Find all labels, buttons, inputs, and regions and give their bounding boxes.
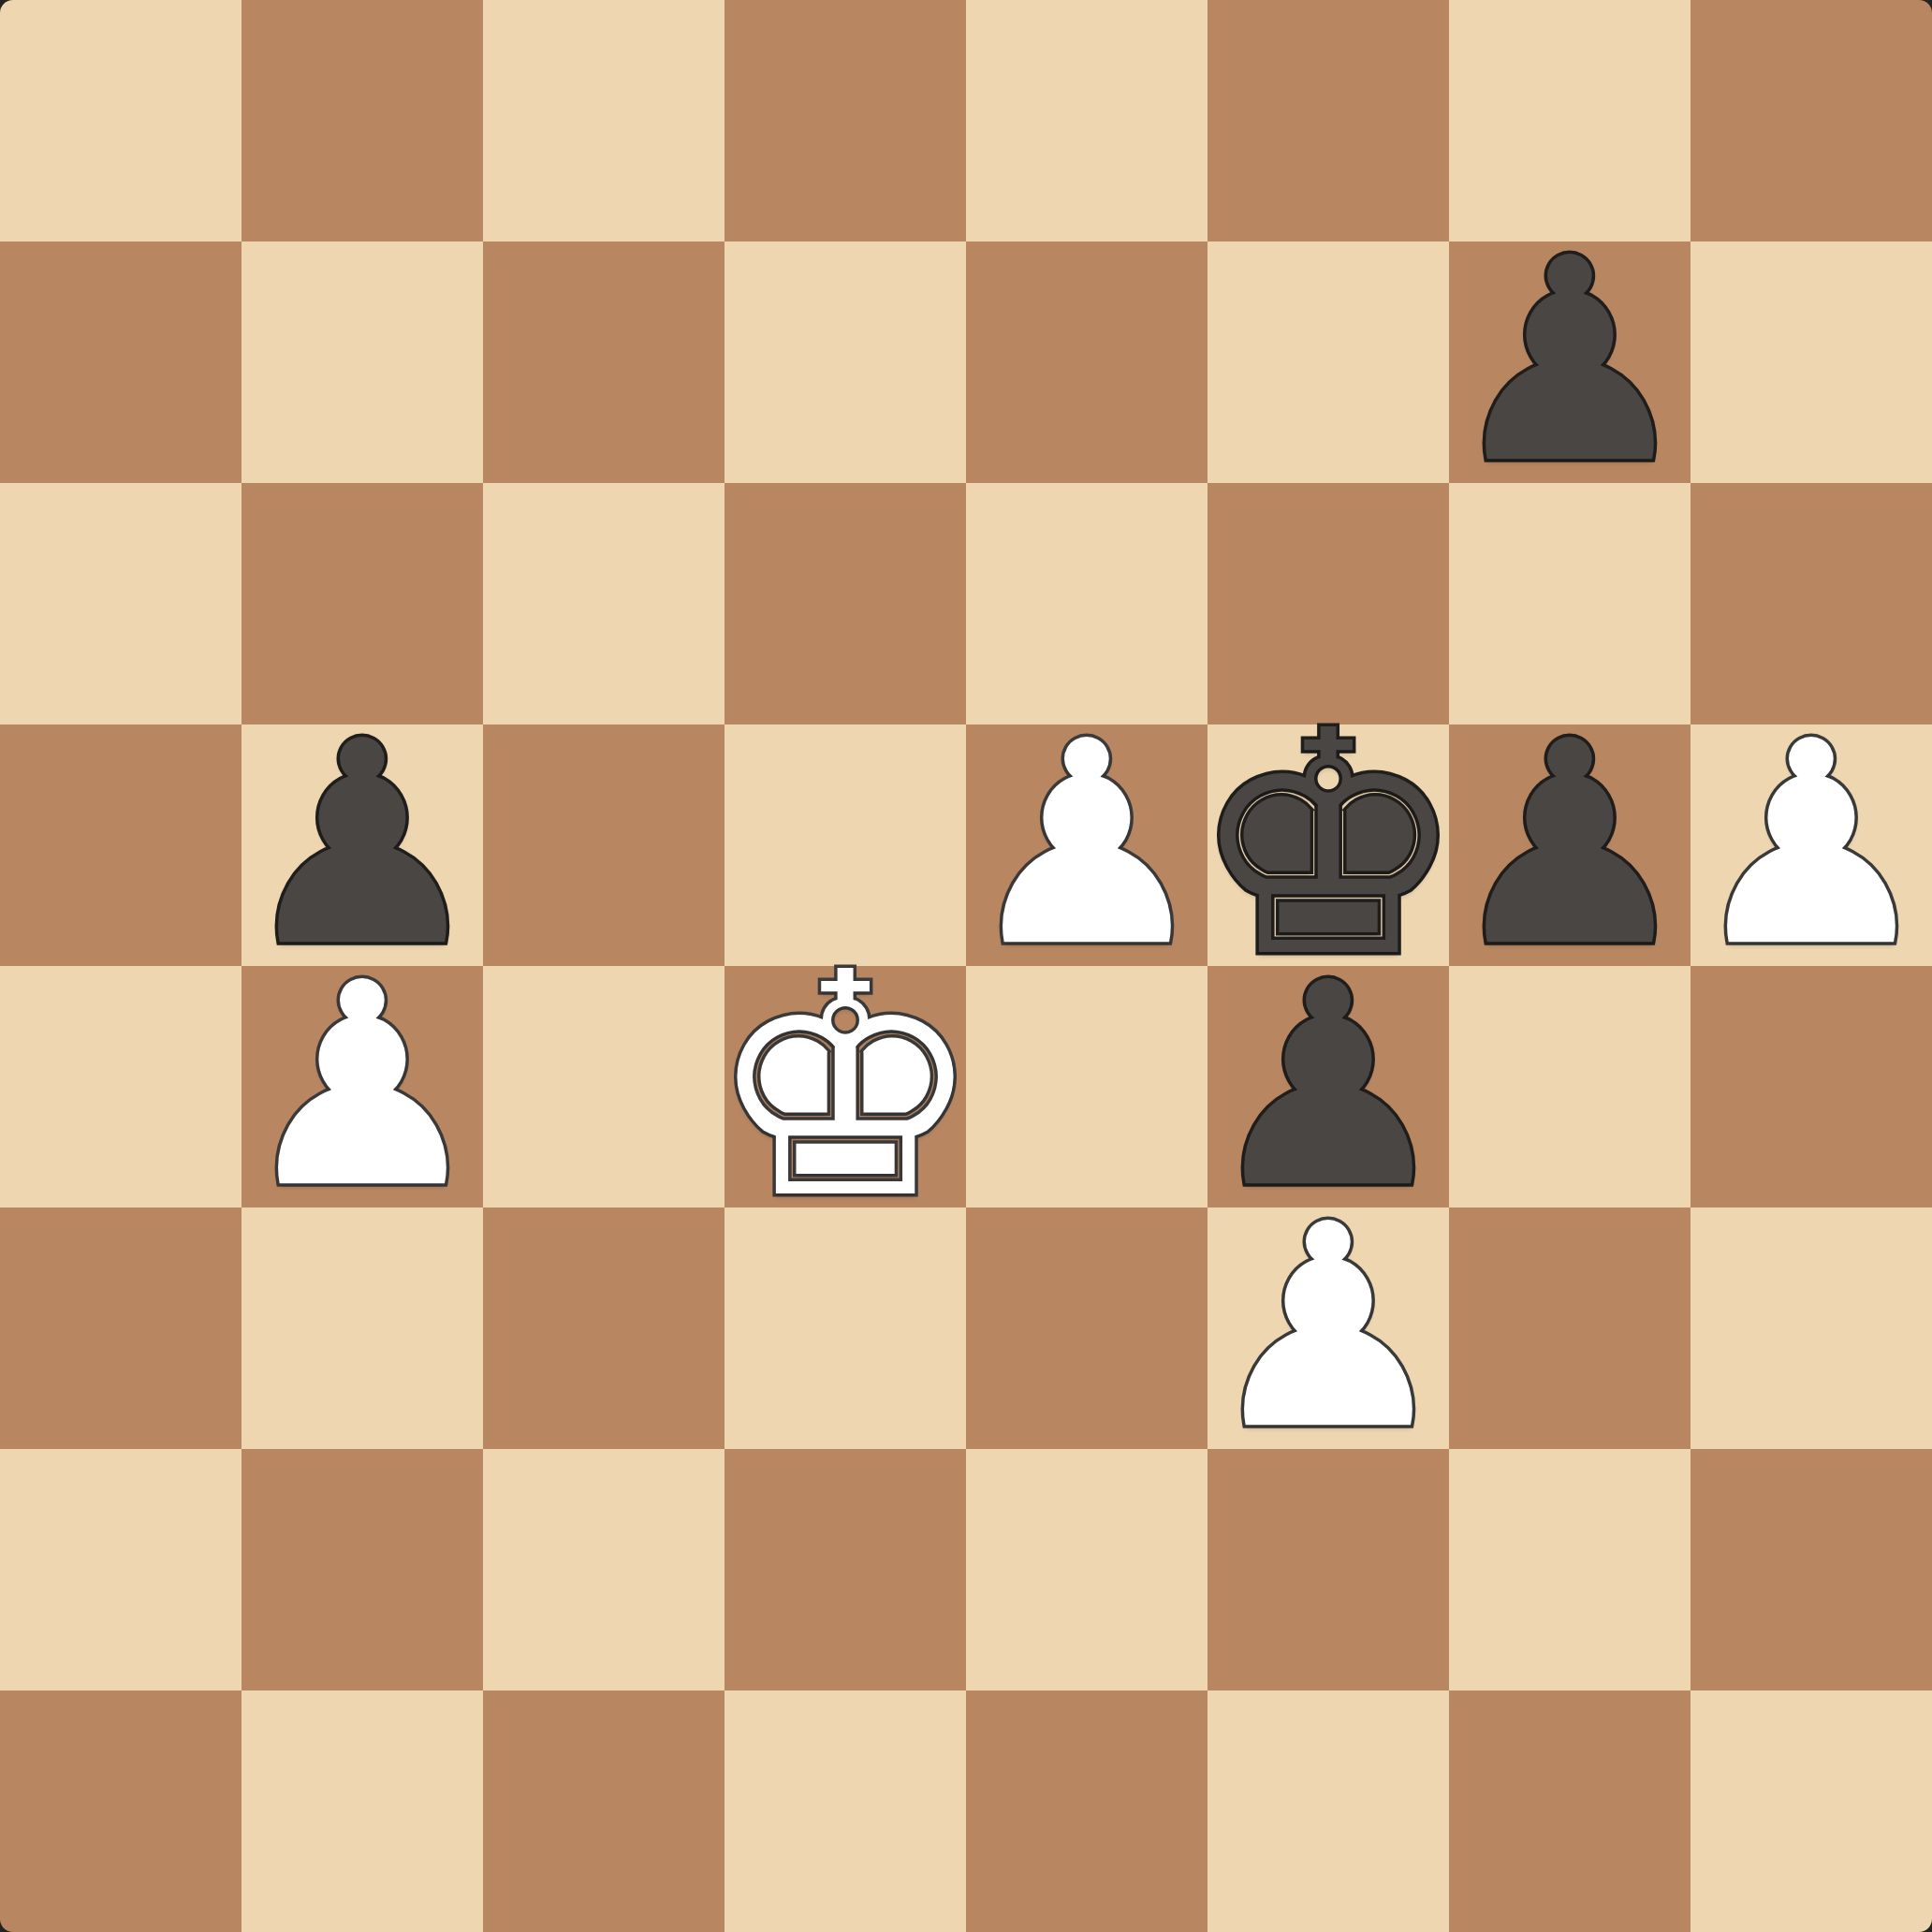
square-f2[interactable] — [1207, 1449, 1449, 1690]
black-pawn-on-g7[interactable]: ♟ — [1449, 241, 1690, 483]
white-pawn-on-h5[interactable]: ♟ — [1690, 724, 1932, 966]
square-d4[interactable]: ♚ — [724, 966, 966, 1207]
square-b3[interactable] — [241, 1207, 483, 1449]
square-d8[interactable] — [724, 0, 966, 241]
white-king-on-d4[interactable]: ♚ — [724, 966, 966, 1207]
square-c5[interactable] — [483, 724, 724, 966]
square-b2[interactable] — [241, 1449, 483, 1690]
square-a2[interactable] — [0, 1449, 241, 1690]
square-g1[interactable] — [1449, 1690, 1690, 1932]
square-a1[interactable] — [0, 1690, 241, 1932]
square-e3[interactable] — [966, 1207, 1207, 1449]
square-f8[interactable] — [1207, 0, 1449, 241]
square-g4[interactable] — [1449, 966, 1690, 1207]
square-f7[interactable] — [1207, 241, 1449, 483]
square-a4[interactable] — [0, 966, 241, 1207]
square-c4[interactable] — [483, 966, 724, 1207]
square-a6[interactable] — [0, 483, 241, 724]
square-d6[interactable] — [724, 483, 966, 724]
square-c7[interactable] — [483, 241, 724, 483]
square-d1[interactable] — [724, 1690, 966, 1932]
square-g2[interactable] — [1449, 1449, 1690, 1690]
white-pawn-on-f3[interactable]: ♟ — [1207, 1207, 1449, 1449]
square-c8[interactable] — [483, 0, 724, 241]
square-h8[interactable] — [1690, 0, 1932, 241]
square-e1[interactable] — [966, 1690, 1207, 1932]
square-a3[interactable] — [0, 1207, 241, 1449]
square-h4[interactable] — [1690, 966, 1932, 1207]
square-h1[interactable] — [1690, 1690, 1932, 1932]
square-e4[interactable] — [966, 966, 1207, 1207]
white-pawn-on-b4[interactable]: ♟ — [241, 966, 483, 1207]
square-a5[interactable] — [0, 724, 241, 966]
black-pawn-on-g5[interactable]: ♟ — [1449, 724, 1690, 966]
chess-board-container: ♟♟♟♚♟♟♟♚♟♟ — [0, 0, 1932, 1932]
square-b7[interactable] — [241, 241, 483, 483]
square-g7[interactable]: ♟ — [1449, 241, 1690, 483]
square-f1[interactable] — [1207, 1690, 1449, 1932]
square-a7[interactable] — [0, 241, 241, 483]
square-c6[interactable] — [483, 483, 724, 724]
white-pawn-on-e5[interactable]: ♟ — [966, 724, 1207, 966]
square-g3[interactable] — [1449, 1207, 1690, 1449]
square-h2[interactable] — [1690, 1449, 1932, 1690]
square-b4[interactable]: ♟ — [241, 966, 483, 1207]
square-b1[interactable] — [241, 1690, 483, 1932]
square-e5[interactable]: ♟ — [966, 724, 1207, 966]
square-h3[interactable] — [1690, 1207, 1932, 1449]
square-f3[interactable]: ♟ — [1207, 1207, 1449, 1449]
square-h7[interactable] — [1690, 241, 1932, 483]
square-d7[interactable] — [724, 241, 966, 483]
square-e7[interactable] — [966, 241, 1207, 483]
square-c3[interactable] — [483, 1207, 724, 1449]
square-c1[interactable] — [483, 1690, 724, 1932]
chess-board: ♟♟♟♚♟♟♟♚♟♟ — [0, 0, 1932, 1932]
square-e8[interactable] — [966, 0, 1207, 241]
square-g5[interactable]: ♟ — [1449, 724, 1690, 966]
square-a8[interactable] — [0, 0, 241, 241]
square-b8[interactable] — [241, 0, 483, 241]
square-d2[interactable] — [724, 1449, 966, 1690]
square-d3[interactable] — [724, 1207, 966, 1449]
square-c2[interactable] — [483, 1449, 724, 1690]
square-h5[interactable]: ♟ — [1690, 724, 1932, 966]
square-e2[interactable] — [966, 1449, 1207, 1690]
